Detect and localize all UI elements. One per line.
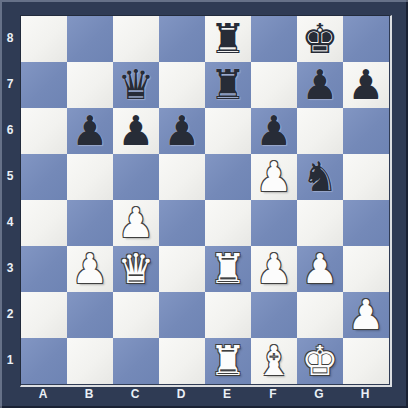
square-a4[interactable] <box>21 200 67 246</box>
rank-label-2: 2 <box>0 291 20 337</box>
rank-label-6: 6 <box>0 107 20 153</box>
square-c2[interactable] <box>113 292 159 338</box>
file-label-d: D <box>158 385 204 402</box>
square-g6[interactable] <box>297 108 343 154</box>
rank-labels: 87654321 <box>0 15 20 383</box>
rank-label-8: 8 <box>0 15 20 61</box>
square-e1[interactable]: ♜ <box>205 338 251 384</box>
square-a8[interactable] <box>21 16 67 62</box>
chess-diagram-frame: 87654321 ♜♚♛♜♟♟♟♟♟♟♟♞♟♟♛♜♟♟♟♜♝♚ ABCDEFGH <box>0 0 408 408</box>
square-b1[interactable] <box>67 338 113 384</box>
square-c1[interactable] <box>113 338 159 384</box>
square-f6[interactable]: ♟ <box>251 108 297 154</box>
square-a7[interactable] <box>21 62 67 108</box>
square-d1[interactable] <box>159 338 205 384</box>
square-c4[interactable]: ♟ <box>113 200 159 246</box>
black-pawn[interactable]: ♟ <box>118 108 155 154</box>
square-a2[interactable] <box>21 292 67 338</box>
file-label-c: C <box>112 385 158 402</box>
square-h6[interactable] <box>343 108 389 154</box>
square-h4[interactable] <box>343 200 389 246</box>
square-a3[interactable] <box>21 246 67 292</box>
file-label-e: E <box>204 385 250 402</box>
white-pawn[interactable]: ♟ <box>348 292 385 338</box>
black-pawn[interactable]: ♟ <box>164 108 201 154</box>
square-h8[interactable] <box>343 16 389 62</box>
black-rook[interactable]: ♜ <box>210 62 247 108</box>
square-f1[interactable]: ♝ <box>251 338 297 384</box>
square-a5[interactable] <box>21 154 67 200</box>
square-e8[interactable]: ♜ <box>205 16 251 62</box>
square-a6[interactable] <box>21 108 67 154</box>
square-d3[interactable] <box>159 246 205 292</box>
square-b2[interactable] <box>67 292 113 338</box>
white-pawn[interactable]: ♟ <box>256 154 293 200</box>
square-g7[interactable]: ♟ <box>297 62 343 108</box>
square-f2[interactable] <box>251 292 297 338</box>
square-g5[interactable]: ♞ <box>297 154 343 200</box>
black-queen[interactable]: ♛ <box>118 62 155 108</box>
square-d4[interactable] <box>159 200 205 246</box>
square-d6[interactable]: ♟ <box>159 108 205 154</box>
square-d8[interactable] <box>159 16 205 62</box>
square-f4[interactable] <box>251 200 297 246</box>
square-c7[interactable]: ♛ <box>113 62 159 108</box>
rank-label-5: 5 <box>0 153 20 199</box>
file-label-h: H <box>342 385 388 402</box>
square-b5[interactable] <box>67 154 113 200</box>
black-pawn[interactable]: ♟ <box>302 62 339 108</box>
file-label-f: F <box>250 385 296 402</box>
square-f3[interactable]: ♟ <box>251 246 297 292</box>
file-label-a: A <box>20 385 66 402</box>
square-c3[interactable]: ♛ <box>113 246 159 292</box>
square-g1[interactable]: ♚ <box>297 338 343 384</box>
white-rook[interactable]: ♜ <box>210 246 247 292</box>
rank-label-4: 4 <box>0 199 20 245</box>
file-labels: ABCDEFGH <box>20 385 390 402</box>
black-pawn[interactable]: ♟ <box>72 108 109 154</box>
white-pawn[interactable]: ♟ <box>256 246 293 292</box>
square-g4[interactable] <box>297 200 343 246</box>
black-king[interactable]: ♚ <box>302 16 339 62</box>
square-b8[interactable] <box>67 16 113 62</box>
square-h1[interactable] <box>343 338 389 384</box>
square-f8[interactable] <box>251 16 297 62</box>
square-c8[interactable] <box>113 16 159 62</box>
white-rook[interactable]: ♜ <box>210 338 247 384</box>
square-e4[interactable] <box>205 200 251 246</box>
chess-board[interactable]: ♜♚♛♜♟♟♟♟♟♟♟♞♟♟♛♜♟♟♟♜♝♚ <box>20 15 392 387</box>
square-g8[interactable]: ♚ <box>297 16 343 62</box>
square-e6[interactable] <box>205 108 251 154</box>
square-d5[interactable] <box>159 154 205 200</box>
square-a1[interactable] <box>21 338 67 384</box>
black-knight[interactable]: ♞ <box>302 154 339 200</box>
square-e3[interactable]: ♜ <box>205 246 251 292</box>
square-f5[interactable]: ♟ <box>251 154 297 200</box>
square-b6[interactable]: ♟ <box>67 108 113 154</box>
square-h3[interactable] <box>343 246 389 292</box>
square-e7[interactable]: ♜ <box>205 62 251 108</box>
square-h2[interactable]: ♟ <box>343 292 389 338</box>
file-label-b: B <box>66 385 112 402</box>
white-queen[interactable]: ♛ <box>118 246 155 292</box>
square-e2[interactable] <box>205 292 251 338</box>
square-e5[interactable] <box>205 154 251 200</box>
black-rook[interactable]: ♜ <box>210 16 247 62</box>
white-bishop[interactable]: ♝ <box>256 338 293 384</box>
file-label-g: G <box>296 385 342 402</box>
white-pawn[interactable]: ♟ <box>302 246 339 292</box>
square-b3[interactable]: ♟ <box>67 246 113 292</box>
white-king[interactable]: ♚ <box>302 338 339 384</box>
black-pawn[interactable]: ♟ <box>348 62 385 108</box>
square-d7[interactable] <box>159 62 205 108</box>
square-c6[interactable]: ♟ <box>113 108 159 154</box>
black-pawn[interactable]: ♟ <box>256 108 293 154</box>
square-f7[interactable] <box>251 62 297 108</box>
white-pawn[interactable]: ♟ <box>118 200 155 246</box>
rank-label-7: 7 <box>0 61 20 107</box>
square-g2[interactable] <box>297 292 343 338</box>
white-pawn[interactable]: ♟ <box>72 246 109 292</box>
square-h7[interactable]: ♟ <box>343 62 389 108</box>
square-c5[interactable] <box>113 154 159 200</box>
rank-label-3: 3 <box>0 245 20 291</box>
square-b4[interactable] <box>67 200 113 246</box>
square-h5[interactable] <box>343 154 389 200</box>
square-g3[interactable]: ♟ <box>297 246 343 292</box>
square-d2[interactable] <box>159 292 205 338</box>
rank-label-1: 1 <box>0 337 20 383</box>
square-b7[interactable] <box>67 62 113 108</box>
